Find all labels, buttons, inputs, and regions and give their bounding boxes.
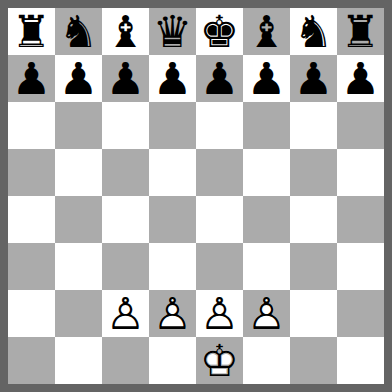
square-f5[interactable] [243,149,290,196]
square-a4[interactable] [8,196,55,243]
black-rook[interactable]: ♜ [337,8,384,55]
square-c5[interactable] [102,149,149,196]
square-a1[interactable] [8,337,55,384]
black-queen-glyph: ♛ [149,8,196,55]
black-pawn[interactable]: ♟ [290,55,337,102]
square-e7[interactable]: ♟ [196,55,243,102]
black-pawn-glyph: ♟ [8,55,55,102]
square-d2[interactable]: ♟♙ [149,290,196,337]
black-pawn[interactable]: ♟ [196,55,243,102]
square-a6[interactable] [8,102,55,149]
black-pawn-glyph: ♟ [196,55,243,102]
square-d7[interactable]: ♟ [149,55,196,102]
black-pawn[interactable]: ♟ [337,55,384,102]
square-f7[interactable]: ♟ [243,55,290,102]
black-king-glyph: ♚ [196,8,243,55]
square-h4[interactable] [337,196,384,243]
square-h7[interactable]: ♟ [337,55,384,102]
square-f3[interactable] [243,243,290,290]
square-c6[interactable] [102,102,149,149]
black-knight[interactable]: ♞ [290,8,337,55]
square-f1[interactable] [243,337,290,384]
square-a7[interactable]: ♟ [8,55,55,102]
black-pawn[interactable]: ♟ [243,55,290,102]
black-rook[interactable]: ♜ [8,8,55,55]
square-b2[interactable] [55,290,102,337]
black-pawn[interactable]: ♟ [55,55,102,102]
white-pawn[interactable]: ♟♙ [102,290,149,337]
black-king[interactable]: ♚ [196,8,243,55]
square-g7[interactable]: ♟ [290,55,337,102]
square-h1[interactable] [337,337,384,384]
square-c4[interactable] [102,196,149,243]
white-pawn-outline-glyph: ♙ [196,290,243,337]
black-pawn-glyph: ♟ [102,55,149,102]
square-h6[interactable] [337,102,384,149]
white-king[interactable]: ♚♔ [196,337,243,384]
square-b8[interactable]: ♞ [55,8,102,55]
black-pawn-glyph: ♟ [55,55,102,102]
square-e1[interactable]: ♚♔ [196,337,243,384]
square-f6[interactable] [243,102,290,149]
square-a5[interactable] [8,149,55,196]
white-pawn[interactable]: ♟♙ [196,290,243,337]
white-pawn[interactable]: ♟♙ [149,290,196,337]
square-c1[interactable] [102,337,149,384]
square-e3[interactable] [196,243,243,290]
square-g3[interactable] [290,243,337,290]
black-knight-glyph: ♞ [55,8,102,55]
black-rook-glyph: ♜ [8,8,55,55]
square-d4[interactable] [149,196,196,243]
square-c3[interactable] [102,243,149,290]
square-f8[interactable]: ♝ [243,8,290,55]
square-g4[interactable] [290,196,337,243]
square-b5[interactable] [55,149,102,196]
white-pawn[interactable]: ♟♙ [243,290,290,337]
square-g5[interactable] [290,149,337,196]
square-b7[interactable]: ♟ [55,55,102,102]
square-c7[interactable]: ♟ [102,55,149,102]
black-pawn[interactable]: ♟ [102,55,149,102]
square-b6[interactable] [55,102,102,149]
square-c2[interactable]: ♟♙ [102,290,149,337]
square-d3[interactable] [149,243,196,290]
square-d1[interactable] [149,337,196,384]
square-a3[interactable] [8,243,55,290]
black-rook-glyph: ♜ [337,8,384,55]
square-g8[interactable]: ♞ [290,8,337,55]
square-f2[interactable]: ♟♙ [243,290,290,337]
square-g6[interactable] [290,102,337,149]
square-e4[interactable] [196,196,243,243]
black-pawn[interactable]: ♟ [8,55,55,102]
black-pawn-glyph: ♟ [337,55,384,102]
square-d6[interactable] [149,102,196,149]
white-king-outline-glyph: ♔ [196,337,243,384]
square-e2[interactable]: ♟♙ [196,290,243,337]
square-a8[interactable]: ♜ [8,8,55,55]
square-e6[interactable] [196,102,243,149]
square-h3[interactable] [337,243,384,290]
square-d5[interactable] [149,149,196,196]
black-bishop[interactable]: ♝ [102,8,149,55]
square-b1[interactable] [55,337,102,384]
square-b4[interactable] [55,196,102,243]
black-queen[interactable]: ♛ [149,8,196,55]
black-bishop-glyph: ♝ [102,8,149,55]
square-a2[interactable] [8,290,55,337]
black-pawn-glyph: ♟ [243,55,290,102]
square-h5[interactable] [337,149,384,196]
square-f4[interactable] [243,196,290,243]
white-pawn-outline-glyph: ♙ [243,290,290,337]
white-pawn-outline-glyph: ♙ [102,290,149,337]
chess-board: ♜♞♝♛♚♝♞♜♟♟♟♟♟♟♟♟♟♙♟♙♟♙♟♙♚♔ [8,8,384,384]
square-h2[interactable] [337,290,384,337]
black-knight[interactable]: ♞ [55,8,102,55]
square-d8[interactable]: ♛ [149,8,196,55]
chess-board-frame: ♜♞♝♛♚♝♞♜♟♟♟♟♟♟♟♟♟♙♟♙♟♙♟♙♚♔ [0,0,392,392]
square-g1[interactable] [290,337,337,384]
black-knight-glyph: ♞ [290,8,337,55]
black-pawn-glyph: ♟ [290,55,337,102]
black-pawn[interactable]: ♟ [149,55,196,102]
square-b3[interactable] [55,243,102,290]
square-e5[interactable] [196,149,243,196]
black-pawn-glyph: ♟ [149,55,196,102]
square-c8[interactable]: ♝ [102,8,149,55]
square-e8[interactable]: ♚ [196,8,243,55]
black-bishop-glyph: ♝ [243,8,290,55]
square-h8[interactable]: ♜ [337,8,384,55]
square-g2[interactable] [290,290,337,337]
white-pawn-outline-glyph: ♙ [149,290,196,337]
black-bishop[interactable]: ♝ [243,8,290,55]
